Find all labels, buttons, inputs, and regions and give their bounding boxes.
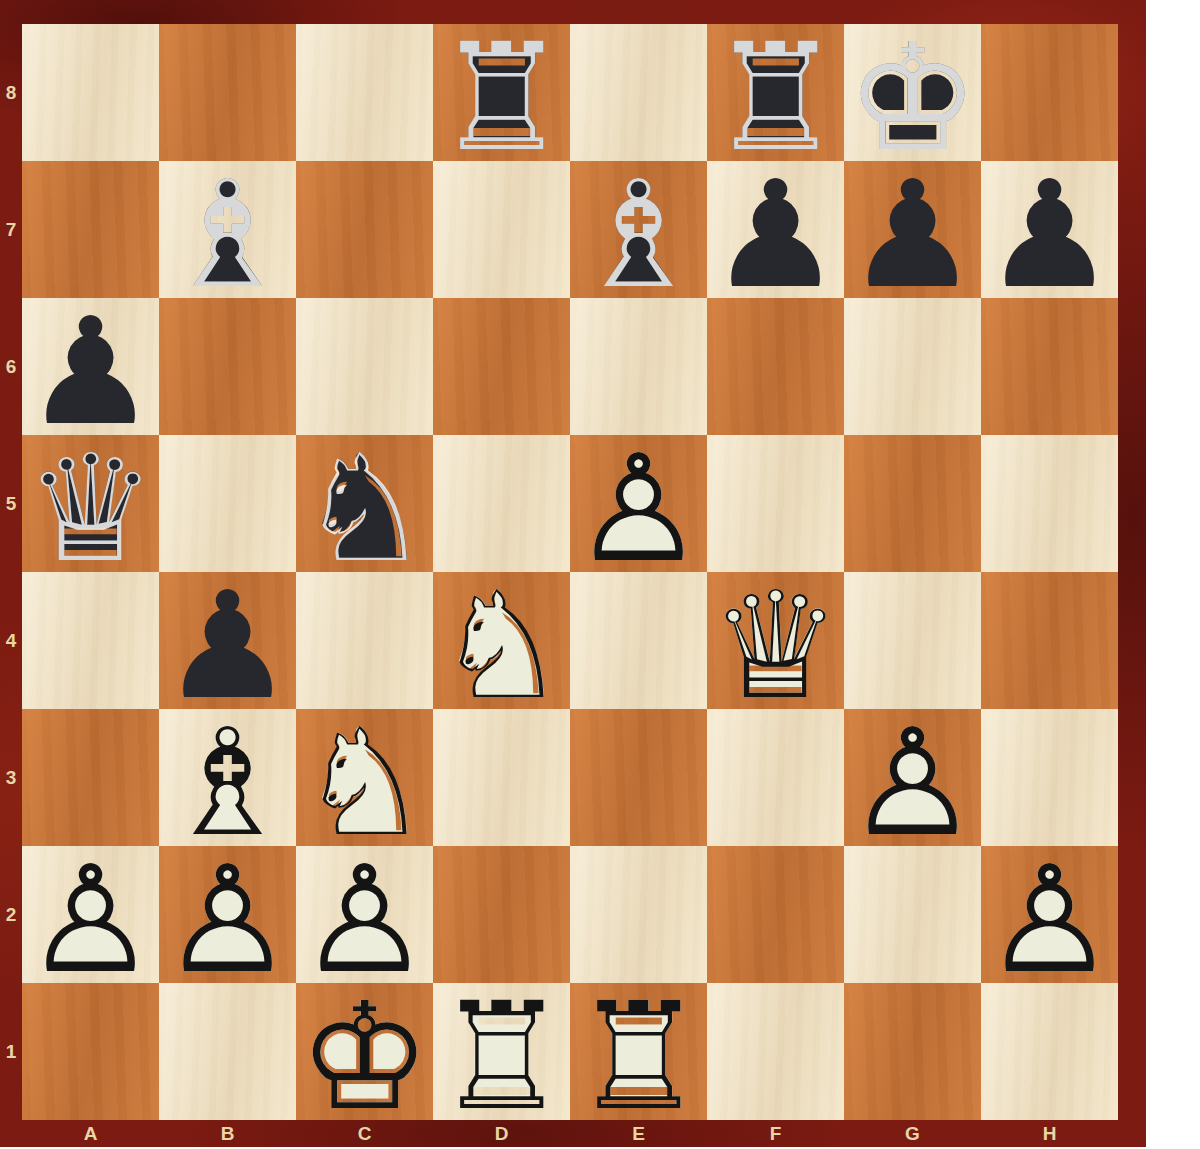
black-pawn[interactable]: ♟ (844, 161, 981, 298)
rank-label-6: 6 (0, 298, 22, 435)
square-b7[interactable]: ♝♗ (159, 161, 296, 298)
square-b2[interactable]: ♟♙ (159, 846, 296, 983)
square-c7[interactable] (296, 161, 433, 298)
square-d5[interactable] (433, 435, 570, 572)
square-c4[interactable] (296, 572, 433, 709)
rank-label-7: 7 (0, 161, 22, 298)
white-pawn[interactable]: ♟♙ (981, 846, 1118, 983)
black-bishop[interactable]: ♝♗ (570, 161, 707, 298)
square-g8[interactable]: ♚♔ (844, 24, 981, 161)
white-rook-outline: ♖ (433, 988, 570, 1125)
square-h7[interactable]: ♟ (981, 161, 1118, 298)
square-f5[interactable] (707, 435, 844, 572)
white-rook[interactable]: ♜♖ (433, 983, 570, 1120)
square-c3[interactable]: ♞♘ (296, 709, 433, 846)
square-g4[interactable] (844, 572, 981, 709)
square-d1[interactable]: ♜♖ (433, 983, 570, 1120)
file-label-a: A (22, 1120, 159, 1147)
square-f6[interactable] (707, 298, 844, 435)
file-label-b: B (159, 1120, 296, 1147)
file-label-e: E (570, 1120, 707, 1147)
square-f8[interactable]: ♜♖ (707, 24, 844, 161)
rank-label-2: 2 (0, 846, 22, 983)
square-g3[interactable]: ♟♙ (844, 709, 981, 846)
rank-label-8: 8 (0, 24, 22, 161)
square-f7[interactable]: ♟ (707, 161, 844, 298)
white-knight-outline: ♘ (433, 577, 570, 714)
white-pawn[interactable]: ♟♙ (570, 435, 707, 572)
square-g7[interactable]: ♟ (844, 161, 981, 298)
black-king[interactable]: ♚♔ (844, 24, 981, 161)
white-pawn-outline: ♙ (981, 851, 1118, 988)
black-bishop-detail: ♗ (159, 166, 296, 303)
square-d3[interactable] (433, 709, 570, 846)
file-label-c: C (296, 1120, 433, 1147)
square-a2[interactable]: ♟♙ (22, 846, 159, 983)
white-knight[interactable]: ♞♘ (433, 572, 570, 709)
file-label-d: D (433, 1120, 570, 1147)
square-e4[interactable] (570, 572, 707, 709)
square-c2[interactable]: ♟♙ (296, 846, 433, 983)
square-a1[interactable] (22, 983, 159, 1120)
black-pawn-glyph: ♟ (844, 166, 981, 303)
square-e5[interactable]: ♟♙ (570, 435, 707, 572)
black-pawn-glyph: ♟ (159, 577, 296, 714)
square-f2[interactable] (707, 846, 844, 983)
square-h2[interactable]: ♟♙ (981, 846, 1118, 983)
white-king-outline: ♔ (296, 988, 433, 1125)
square-e1[interactable]: ♜♖ (570, 983, 707, 1120)
rank-label-1: 1 (0, 983, 22, 1120)
square-c8[interactable] (296, 24, 433, 161)
square-d6[interactable] (433, 298, 570, 435)
white-bishop[interactable]: ♝♗ (159, 709, 296, 846)
square-c5[interactable]: ♞♘ (296, 435, 433, 572)
white-knight[interactable]: ♞♘ (296, 709, 433, 846)
white-pawn[interactable]: ♟♙ (844, 709, 981, 846)
white-rook[interactable]: ♜♖ (570, 983, 707, 1120)
file-labels: ABCDEFGH (22, 1120, 1118, 1147)
square-a3[interactable] (22, 709, 159, 846)
black-rook-detail: ♖ (707, 29, 844, 166)
square-h6[interactable] (981, 298, 1118, 435)
file-label-f: F (707, 1120, 844, 1147)
square-e2[interactable] (570, 846, 707, 983)
white-pawn[interactable]: ♟♙ (159, 846, 296, 983)
square-e3[interactable] (570, 709, 707, 846)
black-pawn[interactable]: ♟ (707, 161, 844, 298)
black-rook[interactable]: ♜♖ (707, 24, 844, 161)
square-h1[interactable] (981, 983, 1118, 1120)
white-queen[interactable]: ♛♕ (707, 572, 844, 709)
square-a6[interactable]: ♟ (22, 298, 159, 435)
square-d8[interactable]: ♜♖ (433, 24, 570, 161)
square-b4[interactable]: ♟ (159, 572, 296, 709)
square-a7[interactable] (22, 161, 159, 298)
square-d4[interactable]: ♞♘ (433, 572, 570, 709)
square-h4[interactable] (981, 572, 1118, 709)
square-g2[interactable] (844, 846, 981, 983)
rank-labels: 87654321 (0, 24, 22, 1120)
black-rook-detail: ♖ (433, 29, 570, 166)
white-rook-outline: ♖ (570, 988, 707, 1125)
black-knight-detail: ♘ (296, 440, 433, 577)
file-label-g: G (844, 1120, 981, 1147)
board-frame: 87654321 ♜♖♜♖♚♔♝♗♝♗♟♟♟♟♛♕♞♘♟♙♟♞♘♛♕♝♗♞♘♟♙… (0, 0, 1146, 1147)
square-g6[interactable] (844, 298, 981, 435)
square-g5[interactable] (844, 435, 981, 572)
black-pawn[interactable]: ♟ (981, 161, 1118, 298)
white-pawn[interactable]: ♟♙ (22, 846, 159, 983)
black-pawn[interactable]: ♟ (159, 572, 296, 709)
square-b5[interactable] (159, 435, 296, 572)
square-h8[interactable] (981, 24, 1118, 161)
black-bishop-detail: ♗ (570, 166, 707, 303)
square-e8[interactable] (570, 24, 707, 161)
black-rook[interactable]: ♜♖ (433, 24, 570, 161)
file-label-h: H (981, 1120, 1118, 1147)
white-king[interactable]: ♚♔ (296, 983, 433, 1120)
square-f4[interactable]: ♛♕ (707, 572, 844, 709)
white-pawn-outline: ♙ (22, 851, 159, 988)
square-h5[interactable] (981, 435, 1118, 572)
square-g1[interactable] (844, 983, 981, 1120)
square-f3[interactable] (707, 709, 844, 846)
white-pawn-outline: ♙ (159, 851, 296, 988)
rank-label-5: 5 (0, 435, 22, 572)
square-a4[interactable] (22, 572, 159, 709)
white-pawn-outline: ♙ (570, 440, 707, 577)
black-bishop[interactable]: ♝♗ (159, 161, 296, 298)
rank-label-4: 4 (0, 572, 22, 709)
white-pawn[interactable]: ♟♙ (296, 846, 433, 983)
square-b3[interactable]: ♝♗ (159, 709, 296, 846)
square-a5[interactable]: ♛♕ (22, 435, 159, 572)
black-pawn[interactable]: ♟ (22, 298, 159, 435)
white-queen-outline: ♕ (707, 577, 844, 714)
square-d7[interactable] (433, 161, 570, 298)
square-d2[interactable] (433, 846, 570, 983)
square-b8[interactable] (159, 24, 296, 161)
square-c6[interactable] (296, 298, 433, 435)
square-a8[interactable] (22, 24, 159, 161)
square-b1[interactable] (159, 983, 296, 1120)
white-bishop-outline: ♗ (159, 714, 296, 851)
square-h3[interactable] (981, 709, 1118, 846)
black-queen[interactable]: ♛♕ (22, 435, 159, 572)
square-e6[interactable] (570, 298, 707, 435)
board-squares: ♜♖♜♖♚♔♝♗♝♗♟♟♟♟♛♕♞♘♟♙♟♞♘♛♕♝♗♞♘♟♙♟♙♟♙♟♙♟♙♚… (22, 24, 1118, 1120)
black-knight[interactable]: ♞♘ (296, 435, 433, 572)
white-knight-outline: ♘ (296, 714, 433, 851)
black-king-detail: ♔ (844, 29, 981, 166)
square-b6[interactable] (159, 298, 296, 435)
white-pawn-outline: ♙ (296, 851, 433, 988)
white-pawn-outline: ♙ (844, 714, 981, 851)
black-pawn-glyph: ♟ (981, 166, 1118, 303)
black-pawn-glyph: ♟ (707, 166, 844, 303)
black-pawn-glyph: ♟ (22, 303, 159, 440)
rank-label-3: 3 (0, 709, 22, 846)
square-c1[interactable]: ♚♔ (296, 983, 433, 1120)
square-f1[interactable] (707, 983, 844, 1120)
black-queen-detail: ♕ (22, 440, 159, 577)
square-e7[interactable]: ♝♗ (570, 161, 707, 298)
